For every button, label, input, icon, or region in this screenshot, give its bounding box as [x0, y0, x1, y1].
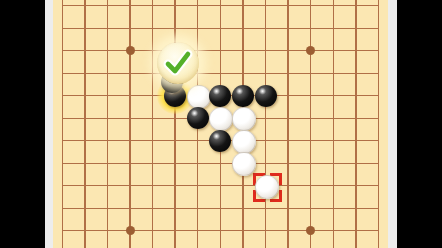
grid-line-horizontal	[62, 230, 380, 231]
white-stone	[255, 175, 279, 199]
checkmark-icon	[157, 42, 199, 84]
grid-line-vertical	[129, 0, 130, 248]
grid-line-vertical	[333, 0, 334, 248]
grid-line-vertical	[310, 0, 311, 248]
grid-line-vertical	[287, 0, 288, 248]
grid-line-horizontal	[62, 208, 380, 209]
white-stone	[232, 152, 256, 176]
white-stone	[232, 130, 256, 154]
grid-line-horizontal	[62, 28, 380, 29]
grid-line-horizontal	[62, 185, 380, 186]
gomoku-app-screen	[0, 0, 442, 248]
letterbox-right	[397, 0, 442, 248]
grid-line-vertical	[84, 0, 85, 248]
black-stone	[209, 130, 231, 152]
star-point	[126, 226, 135, 235]
white-stone	[232, 107, 256, 131]
grid-line-horizontal	[62, 163, 380, 164]
grid-line-horizontal	[62, 50, 380, 51]
grid-line-vertical	[152, 0, 153, 248]
grid-line-vertical	[265, 0, 266, 248]
grid-line-vertical	[62, 0, 63, 248]
board-right-margin-strip	[388, 0, 396, 248]
grid-line-vertical	[107, 0, 108, 248]
star-point	[126, 46, 135, 55]
grid-line-vertical	[174, 0, 175, 248]
white-stone	[187, 85, 211, 109]
board-left-margin-strip	[45, 0, 53, 248]
confirm-move-badge[interactable]	[157, 42, 199, 84]
black-stone	[232, 85, 254, 107]
letterbox-left	[0, 0, 45, 248]
grid-line-vertical	[378, 0, 379, 248]
grid-line-horizontal	[62, 73, 380, 74]
grid-line-vertical	[355, 0, 356, 248]
grid-line-horizontal	[62, 5, 380, 6]
black-stone	[255, 85, 277, 107]
black-stone	[187, 107, 209, 129]
black-stone	[209, 85, 231, 107]
